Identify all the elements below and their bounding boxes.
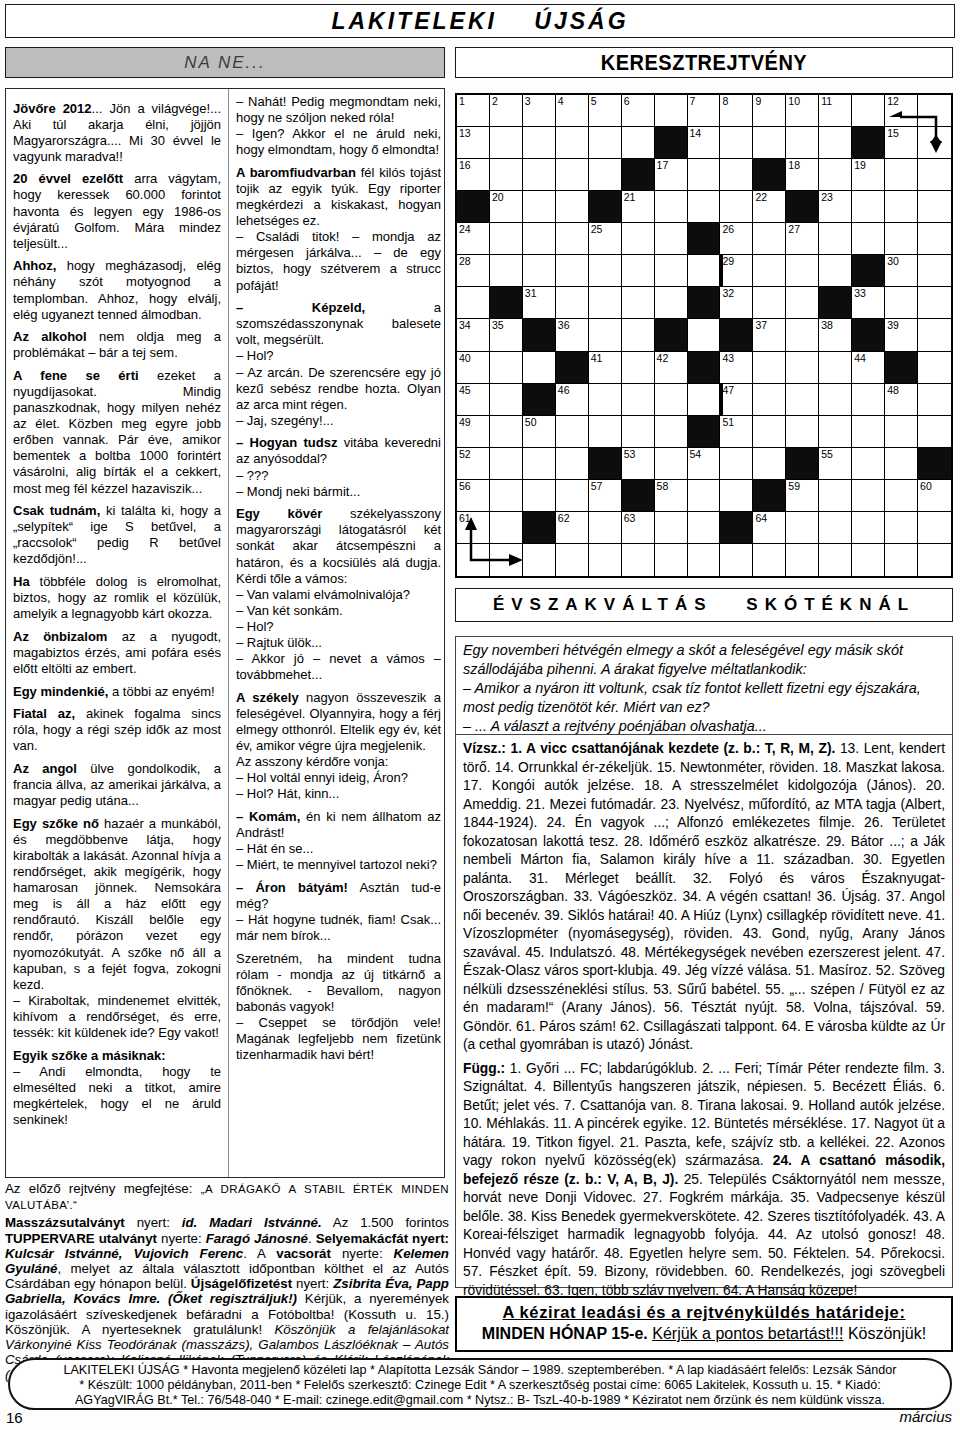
cell-r11c13[interactable] [852,416,885,448]
cell-r5c14[interactable] [885,223,918,255]
cell-r2c11[interactable] [786,127,819,159]
cell-r1c2[interactable]: 2 [490,95,523,127]
cell-r9c11[interactable] [786,352,819,384]
cell-r13c11[interactable]: 59 [786,480,819,512]
cell-r11c6[interactable] [622,416,655,448]
cell-r4c10[interactable]: 22 [753,191,786,223]
cell-r4c4[interactable] [556,191,589,223]
cell-r9c14 [885,352,918,384]
cell-r4c12[interactable]: 23 [819,191,852,223]
clue-number: 7 [690,95,696,107]
cell-r3c2[interactable] [490,159,523,191]
cell-r6c14[interactable]: 30 [885,255,918,287]
cell-r15c8[interactable] [688,544,721,576]
cell-r8c11[interactable] [786,319,819,351]
paragraph: A székely nagyon összeveszik a feleségév… [236,690,441,754]
cell-r8c9 [720,319,753,351]
clue-number: 63 [624,512,636,524]
puzzle-title: ÉVSZAKVÁLTÁS SKÓTÉKNÁL [493,595,915,615]
cell-r5c3[interactable] [523,223,556,255]
crossword-section-header: KERESZTREJTVÉNY [455,47,953,78]
cell-r1c3[interactable]: 3 [523,95,556,127]
cell-r11c14[interactable] [885,416,918,448]
cell-r3c9[interactable] [720,159,753,191]
text-run: – Rajtuk ülök... [236,635,322,650]
cell-r11c7[interactable] [655,416,688,448]
paragraph: – Kiraboltak, mindenemet elvitték, kihív… [13,993,221,1041]
clue-number: 57 [591,480,603,492]
cell-r14c8[interactable] [688,512,721,544]
cell-r7c6[interactable] [622,287,655,319]
cell-r1c8[interactable]: 7 [688,95,721,127]
cell-r14c7[interactable] [655,512,688,544]
cell-r3c13[interactable]: 19 [852,159,885,191]
cell-r15c15[interactable] [918,544,951,576]
cell-r12c2[interactable] [490,448,523,480]
clue-number: 1 [459,95,465,107]
paragraph: Egyik szőke a másiknak: [13,1048,221,1064]
paragraph: A fene se érti ezeket a nyugdíjasokat. M… [13,368,221,497]
text-run: – Hol voltál ennyi ideig, Áron? [236,770,408,785]
cell-r4c13[interactable] [852,191,885,223]
cell-r4c3[interactable] [523,191,556,223]
cell-r3c11[interactable]: 18 [786,159,819,191]
cell-r12c4[interactable] [556,448,589,480]
cell-r15c14[interactable] [885,544,918,576]
paragraph: Egy szőke nő hazaér a munkából, és megdö… [13,816,221,993]
cell-r8c12[interactable]: 38 [819,319,852,351]
cell-r1c11[interactable]: 10 [786,95,819,127]
paragraph: – Nahát! Pedig megmondtam neki, hogy ne … [236,94,441,126]
text-run: Ha [13,574,30,589]
cell-r8c4[interactable]: 36 [556,319,589,351]
cell-r1c4[interactable]: 4 [556,95,589,127]
paragraph: Egy novemberi hétvégén elmegy a skót a f… [463,641,945,679]
cell-r10c10[interactable] [753,384,786,416]
clues-across: Vízsz.: 1. A vicc csattanójának kezdete … [463,740,945,1055]
cell-r6c15[interactable] [918,255,951,287]
cell-r9c10[interactable] [753,352,786,384]
cell-r14c2[interactable] [490,512,523,544]
clue-number: 20 [492,191,504,203]
cell-r1c13[interactable] [852,95,885,127]
cell-r6c9[interactable]: 29 [720,255,753,287]
cell-r12c1[interactable]: 52 [457,448,490,480]
cell-r8c8[interactable] [688,319,721,351]
cell-r1c10[interactable]: 9 [753,95,786,127]
cell-r14c14[interactable] [885,512,918,544]
cell-r11c4[interactable] [556,416,589,448]
text-run: 20 évvel ezelőtt [13,171,123,186]
cell-r5c2[interactable] [490,223,523,255]
cell-r9c12[interactable] [819,352,852,384]
cell-r4c11 [786,191,819,223]
cell-r10c5[interactable] [589,384,622,416]
clue-number: 62 [558,512,570,524]
cell-r12c11 [786,448,819,480]
cell-r11c9[interactable]: 51 [720,416,753,448]
clue-number: 12 [887,95,899,107]
text-run: – Komám, [236,809,300,824]
jokes-column-2: – Nahát! Pedig megmondtam neki, hogy ne … [236,94,441,1174]
cell-r2c14[interactable]: 15 [885,127,918,159]
cell-r7c10[interactable] [753,287,786,319]
cell-r6c8[interactable] [688,255,721,287]
cell-r6c2[interactable] [490,255,523,287]
paragraph: – Hol? [236,348,441,364]
clue-number: 26 [722,223,734,235]
cell-r5c9[interactable]: 26 [720,223,753,255]
cell-r6c1[interactable]: 28 [457,255,490,287]
text-run: – Van valami elvámolnivalója? [236,587,410,602]
cell-r5c12[interactable] [819,223,852,255]
cell-r5c4[interactable] [556,223,589,255]
text-run: – Cseppet se törődjön vele! Magának legf… [236,1015,441,1062]
text-run: Vízsz.: 1. A vicc csattanójának kezdete … [463,741,835,756]
cell-r10c13[interactable] [852,384,885,416]
cell-r5c5[interactable]: 25 [589,223,622,255]
cell-r1c14[interactable]: 12 [885,95,918,127]
clue-number: 44 [854,352,866,364]
cell-r11c15[interactable] [918,416,951,448]
clue-number: 2 [492,95,498,107]
cell-r7c7[interactable] [655,287,688,319]
cell-r12c8[interactable]: 54 [688,448,721,480]
cell-r4c8[interactable] [688,191,721,223]
deadline-text: MINDEN HÓNAP 15-e. Kérjük a pontos betar… [457,1325,951,1343]
cell-r5c8 [688,223,721,255]
cell-r2c8[interactable]: 14 [688,127,721,159]
cell-r1c5[interactable]: 5 [589,95,622,127]
cell-r15c9[interactable] [720,544,753,576]
cell-r15c1[interactable] [457,544,490,576]
cell-r14c11[interactable] [786,512,819,544]
text-run: Fiatal az, [13,706,75,721]
cell-r15c3[interactable] [523,544,556,576]
cell-r10c8[interactable] [688,384,721,416]
cell-r15c12[interactable] [819,544,852,576]
clue-number: 50 [525,416,537,428]
text-run: – Van két sonkám. [236,603,343,618]
cell-r10c11[interactable] [786,384,819,416]
paragraph: – Amikor a nyáron itt voltunk, csak tíz … [463,679,945,717]
clue-number: 27 [788,223,800,235]
cell-r13c4[interactable] [556,480,589,512]
text-run: nyert: [125,1215,182,1230]
cell-r1c6[interactable]: 6 [622,95,655,127]
text-run: Függ.: [463,1061,505,1076]
cell-r9c15[interactable] [918,352,951,384]
text-run: A székely [236,690,299,705]
text-run: Jövőre 2012 [13,101,92,116]
jokes-box: Jövőre 2012... Jön a világvége!... Aki t… [5,88,445,1178]
cell-r2c1[interactable]: 13 [457,127,490,159]
paragraph: – Hol? Hát, kinn... [236,786,441,802]
cell-r8c5[interactable] [589,319,622,351]
cell-r7c12 [819,287,852,319]
paragraph: Fiatal az, akinek fogalma sincs róla, ho… [13,706,221,754]
cell-r12c6[interactable]: 53 [622,448,655,480]
cell-r10c2[interactable] [490,384,523,416]
cell-r2c10[interactable] [753,127,786,159]
cell-r6c11[interactable] [786,255,819,287]
clue-number: 28 [459,255,471,267]
cell-r11c12[interactable] [819,416,852,448]
text-run: A baromfiudvarban [236,165,356,180]
cell-r11c3[interactable]: 50 [523,416,556,448]
cell-r13c9[interactable] [720,480,753,512]
cell-r3c5[interactable] [589,159,622,191]
clue-number: 41 [591,352,603,364]
cell-r11c10[interactable] [753,416,786,448]
cell-r15c4[interactable] [556,544,589,576]
cell-r3c3[interactable] [523,159,556,191]
cell-r15c2[interactable] [490,544,523,576]
cell-r13c5[interactable]: 57 [589,480,622,512]
cell-r13c10 [753,480,786,512]
cell-r10c12[interactable] [819,384,852,416]
cell-r3c8[interactable] [688,159,721,191]
cell-r2c5[interactable] [589,127,622,159]
cell-r9c13[interactable]: 44 [852,352,885,384]
cell-r10c7[interactable] [655,384,688,416]
cell-r13c14[interactable] [885,480,918,512]
cell-r7c11[interactable] [786,287,819,319]
cell-r5c15[interactable] [918,223,951,255]
cell-r11c11[interactable] [786,416,819,448]
cell-r7c15[interactable] [918,287,951,319]
cell-r13c6 [622,480,655,512]
crossword-section-header-label: KERESZTREJTVÉNY [601,50,807,75]
text-run: ezeket a nyugdíjasokat. Mindig panaszkod… [13,368,221,496]
cell-r3c7[interactable]: 17 [655,159,688,191]
cell-r2c4[interactable] [556,127,589,159]
paragraph: – Hol voltál ennyi ideig, Áron? [236,770,441,786]
cell-r13c12[interactable] [819,480,852,512]
cell-r7c1[interactable] [457,287,490,319]
cell-r6c5[interactable] [589,255,622,287]
cell-r12c12[interactable]: 55 [819,448,852,480]
cell-r3c1[interactable]: 16 [457,159,490,191]
cell-r9c9[interactable]: 43 [720,352,753,384]
clue-number: 55 [821,448,833,460]
cell-r10c6[interactable] [622,384,655,416]
cell-r4c9[interactable] [720,191,753,223]
cell-r6c7[interactable] [655,255,688,287]
cell-r14c4[interactable]: 62 [556,512,589,544]
cell-r1c15[interactable] [918,95,951,127]
imprint-box: LAKITELEKI ÚJSÁG * Havonta megjelenő köz… [8,1358,952,1410]
text-run: – Családi titok! – mondja az mérgesen já… [236,229,441,292]
cell-r2c12[interactable] [819,127,852,159]
cell-r12c10[interactable] [753,448,786,480]
cell-r4c14[interactable] [885,191,918,223]
cell-r11c1[interactable]: 49 [457,416,490,448]
cell-r10c15[interactable] [918,384,951,416]
deadline-title: A kézirat leadási és a rejtvényküldés ha… [457,1303,951,1322]
text-run: – Amikor a nyáron itt voltunk, csak tíz … [463,680,921,715]
masthead-box: LAKITELEKI ÚJSÁG [5,4,955,38]
cell-r13c13[interactable] [852,480,885,512]
text-run: többféle dolog is elromolhat, biztos, ho… [13,574,221,621]
text-run: – Igen? Akkor el ne áruld neki, hogy elm… [236,126,441,157]
cell-r8c14[interactable]: 39 [885,319,918,351]
cell-r7c5[interactable] [589,287,622,319]
cell-r12c7[interactable] [655,448,688,480]
clue-number: 21 [624,191,636,203]
previous-solution-line: Az előző rejtvény megfejtése: „A DRÁGAKŐ… [5,1181,449,1213]
cell-r14c15[interactable] [918,512,951,544]
cell-r10c1[interactable]: 45 [457,384,490,416]
paragraph: Egy kövér székelyasszony magyarországi l… [236,506,441,586]
cell-r3c12[interactable] [819,159,852,191]
cell-r14c10[interactable]: 64 [753,512,786,544]
cell-r6c12[interactable] [819,255,852,287]
cell-r3c15[interactable] [918,159,951,191]
clue-number: 24 [459,223,471,235]
cell-r14c6[interactable]: 63 [622,512,655,544]
text-run: Egy mindenkié, [13,684,108,699]
cell-r1c12[interactable]: 11 [819,95,852,127]
cell-r15c10[interactable] [753,544,786,576]
issue-month: március [899,1408,952,1425]
cell-r6c4[interactable] [556,255,589,287]
text-run: Egyik szőke a másiknak: [13,1048,165,1063]
text-run: – Miért, te mennyivel tartozol neki? [236,857,437,872]
cell-r9c3[interactable] [523,352,556,384]
cell-r14c13[interactable] [852,512,885,544]
cell-r15c11[interactable] [786,544,819,576]
cell-r10c4[interactable]: 46 [556,384,589,416]
cell-r6c10[interactable] [753,255,786,287]
cell-r6c3[interactable] [523,255,556,287]
cell-r8c13 [852,319,885,351]
cell-r7c9[interactable]: 32 [720,287,753,319]
cell-r14c1[interactable]: 61 [457,512,490,544]
cell-r11c5[interactable] [589,416,622,448]
text-run: – Mondj neki bármit... [236,484,360,499]
paragraph: Az alkohol nem oldja meg a problémákat –… [13,329,221,361]
cell-r3c14[interactable] [885,159,918,191]
cell-r13c3[interactable] [523,480,556,512]
clue-number: 4 [558,95,564,107]
newspaper-page: { "page": {"title": "LAKITELEKI ÚJSÁG", … [0,0,960,1430]
text-run: Kérjük a pontos betartást!!! [652,1325,843,1342]
cell-r11c2[interactable] [490,416,523,448]
cell-r6c6[interactable] [622,255,655,287]
crossword-grid[interactable]: 1234567891011121314151617181920212223242… [455,93,953,578]
clue-number: 5 [591,95,597,107]
cell-r5c11[interactable]: 27 [786,223,819,255]
cell-r14c3 [523,512,556,544]
cell-r15c13[interactable] [852,544,885,576]
paragraph: – Rajtuk ülök... [236,635,441,651]
text-run: Az alkohol [13,329,87,344]
text-run: MINDEN HÓNAP 15-e. [482,1325,648,1342]
cell-r4c7[interactable] [655,191,688,223]
cell-r15c6[interactable] [622,544,655,576]
cell-r8c1[interactable]: 34 [457,319,490,351]
cell-r9c5[interactable]: 41 [589,352,622,384]
puzzle-title-box: ÉVSZAKVÁLTÁS SKÓTÉKNÁL [455,588,953,622]
paragraph: Egy mindenkié, a többi az enyém! [13,684,221,700]
cell-r9c4 [556,352,589,384]
cell-r8c7 [655,319,688,351]
cell-r2c9[interactable] [720,127,753,159]
cell-r3c4[interactable] [556,159,589,191]
cell-r13c1[interactable]: 56 [457,480,490,512]
cell-r5c13[interactable] [852,223,885,255]
cell-r5c1[interactable]: 24 [457,223,490,255]
cell-r2c3[interactable] [523,127,556,159]
cell-r8c15[interactable] [918,319,951,351]
cell-r12c9[interactable] [720,448,753,480]
clue-number: 25 [591,223,603,235]
cell-r1c9[interactable]: 8 [720,95,753,127]
clue-number: 15 [887,127,899,139]
cell-r5c7[interactable] [655,223,688,255]
text-run: . [308,1231,316,1246]
clue-number: 35 [492,319,504,331]
cell-r8c6[interactable] [622,319,655,351]
cell-r1c7[interactable] [655,95,688,127]
cell-r1c1[interactable]: 1 [457,95,490,127]
cell-r3c6 [622,159,655,191]
cell-r4c2[interactable]: 20 [490,191,523,223]
cell-r7c4[interactable] [556,287,589,319]
clue-number: 38 [821,319,833,331]
cell-r12c14[interactable] [885,448,918,480]
cell-r15c7[interactable] [655,544,688,576]
cell-r4c15[interactable] [918,191,951,223]
cell-r2c6[interactable] [622,127,655,159]
cell-r14c12[interactable] [819,512,852,544]
cell-r13c8[interactable] [688,480,721,512]
cell-r7c14[interactable] [885,287,918,319]
cell-r10c14[interactable]: 48 [885,384,918,416]
text-run: – Hát én se... [236,841,313,856]
text-run: – Jaj, szegény!... [236,413,334,428]
cell-r2c2[interactable] [490,127,523,159]
cell-r13c15[interactable]: 60 [918,480,951,512]
cell-r7c13[interactable]: 33 [852,287,885,319]
clue-number: 37 [755,319,767,331]
cell-r12c13[interactable] [852,448,885,480]
cell-r13c7[interactable]: 58 [655,480,688,512]
cell-r5c6[interactable] [622,223,655,255]
clue-number: 17 [657,159,669,171]
cell-r10c9[interactable]: 47 [720,384,753,416]
cell-r15c5[interactable] [589,544,622,576]
cell-r13c2[interactable] [490,480,523,512]
paragraph: – Akkor jó – nevet a vámos – továbbmehet… [236,651,441,683]
clue-number: 3 [525,95,531,107]
cell-r9c2[interactable] [490,352,523,384]
cell-r4c6[interactable]: 21 [622,191,655,223]
cell-r7c3[interactable]: 31 [523,287,556,319]
cell-r8c2[interactable]: 35 [490,319,523,351]
cell-r14c5[interactable] [589,512,622,544]
paragraph: – Jaj, szegény!... [236,413,441,429]
cell-r5c10[interactable] [753,223,786,255]
cell-r9c1[interactable]: 40 [457,352,490,384]
cell-r12c3[interactable] [523,448,556,480]
cell-r8c10[interactable]: 37 [753,319,786,351]
cell-r9c7[interactable]: 42 [655,352,688,384]
cell-r2c15[interactable] [918,127,951,159]
text-run: Masszázsutalványt [5,1215,125,1230]
cell-r9c6[interactable] [622,352,655,384]
